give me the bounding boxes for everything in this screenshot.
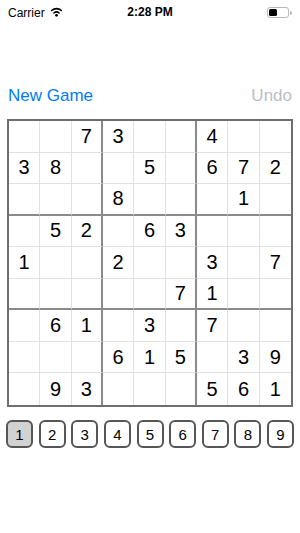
number-button-4[interactable]: 4 bbox=[104, 420, 131, 448]
sudoku-cell[interactable]: 3 bbox=[166, 216, 197, 248]
sudoku-cell[interactable] bbox=[166, 121, 197, 153]
carrier-label: Carrier bbox=[8, 6, 45, 20]
sudoku-cell[interactable] bbox=[9, 342, 40, 374]
sudoku-cell[interactable]: 5 bbox=[197, 373, 228, 405]
sudoku-cell[interactable] bbox=[72, 184, 103, 216]
sudoku-cell[interactable]: 3 bbox=[103, 121, 134, 153]
number-button-2[interactable]: 2 bbox=[39, 420, 66, 448]
status-bar: Carrier 2:28 PM bbox=[0, 0, 300, 20]
battery-icon bbox=[267, 7, 292, 18]
sudoku-cell[interactable]: 1 bbox=[9, 247, 40, 279]
battery-fill bbox=[269, 9, 277, 16]
sudoku-cell[interactable] bbox=[103, 216, 134, 248]
sudoku-cell[interactable] bbox=[260, 121, 291, 153]
sudoku-cell[interactable] bbox=[72, 153, 103, 185]
sudoku-cell[interactable] bbox=[228, 310, 259, 342]
sudoku-cell[interactable] bbox=[9, 373, 40, 405]
sudoku-cell[interactable] bbox=[9, 279, 40, 311]
sudoku-cell[interactable]: 7 bbox=[228, 153, 259, 185]
sudoku-cell[interactable]: 4 bbox=[197, 121, 228, 153]
sudoku-cell[interactable]: 5 bbox=[134, 153, 165, 185]
sudoku-cell[interactable] bbox=[197, 342, 228, 374]
sudoku-cell[interactable] bbox=[9, 184, 40, 216]
sudoku-cell[interactable] bbox=[228, 279, 259, 311]
sudoku-cell[interactable]: 6 bbox=[134, 216, 165, 248]
sudoku-cell[interactable]: 7 bbox=[260, 247, 291, 279]
status-left: Carrier bbox=[8, 6, 64, 20]
number-button-9[interactable]: 9 bbox=[267, 420, 294, 448]
sudoku-cell[interactable]: 6 bbox=[197, 153, 228, 185]
sudoku-cell[interactable] bbox=[103, 310, 134, 342]
sudoku-cell[interactable] bbox=[40, 184, 71, 216]
sudoku-cell[interactable] bbox=[40, 279, 71, 311]
sudoku-cell[interactable]: 1 bbox=[197, 279, 228, 311]
sudoku-cell[interactable] bbox=[72, 279, 103, 311]
sudoku-cell[interactable] bbox=[103, 153, 134, 185]
sudoku-cell[interactable] bbox=[166, 153, 197, 185]
sudoku-cell[interactable] bbox=[228, 247, 259, 279]
sudoku-cell[interactable] bbox=[166, 184, 197, 216]
sudoku-cell[interactable]: 5 bbox=[40, 216, 71, 248]
sudoku-cell[interactable]: 3 bbox=[72, 373, 103, 405]
sudoku-cell[interactable] bbox=[260, 279, 291, 311]
sudoku-cell[interactable]: 9 bbox=[260, 342, 291, 374]
sudoku-cell[interactable]: 1 bbox=[260, 373, 291, 405]
sudoku-cell[interactable] bbox=[260, 184, 291, 216]
sudoku-cell[interactable]: 3 bbox=[134, 310, 165, 342]
sudoku-cell[interactable] bbox=[72, 247, 103, 279]
undo-button[interactable]: Undo bbox=[251, 86, 292, 106]
sudoku-cell[interactable]: 2 bbox=[260, 153, 291, 185]
sudoku-cell[interactable]: 6 bbox=[228, 373, 259, 405]
number-button-8[interactable]: 8 bbox=[234, 420, 261, 448]
number-button-3[interactable]: 3 bbox=[71, 420, 98, 448]
sudoku-cell[interactable]: 1 bbox=[134, 342, 165, 374]
sudoku-cell[interactable] bbox=[228, 216, 259, 248]
sudoku-cell[interactable]: 8 bbox=[103, 184, 134, 216]
number-button-5[interactable]: 5 bbox=[137, 420, 164, 448]
new-game-button[interactable]: New Game bbox=[8, 86, 93, 106]
sudoku-cell[interactable]: 2 bbox=[103, 247, 134, 279]
sudoku-cell[interactable] bbox=[40, 121, 71, 153]
sudoku-cell[interactable] bbox=[197, 184, 228, 216]
sudoku-cell[interactable] bbox=[134, 247, 165, 279]
sudoku-cell[interactable] bbox=[103, 279, 134, 311]
number-button-7[interactable]: 7 bbox=[202, 420, 229, 448]
number-picker: 123456789 bbox=[6, 420, 294, 448]
sudoku-cell[interactable]: 3 bbox=[228, 342, 259, 374]
sudoku-cell[interactable]: 5 bbox=[166, 342, 197, 374]
sudoku-cell[interactable] bbox=[9, 310, 40, 342]
sudoku-cell[interactable] bbox=[40, 342, 71, 374]
sudoku-cell[interactable] bbox=[197, 216, 228, 248]
sudoku-cell[interactable]: 3 bbox=[197, 247, 228, 279]
battery-nub bbox=[290, 11, 292, 15]
sudoku-cell[interactable] bbox=[166, 247, 197, 279]
sudoku-cell[interactable] bbox=[134, 373, 165, 405]
sudoku-cell[interactable]: 3 bbox=[9, 153, 40, 185]
sudoku-cell[interactable] bbox=[260, 216, 291, 248]
sudoku-cell[interactable] bbox=[9, 216, 40, 248]
sudoku-cell[interactable] bbox=[260, 310, 291, 342]
wifi-icon bbox=[49, 6, 64, 20]
sudoku-cell[interactable]: 7 bbox=[197, 310, 228, 342]
sudoku-cell[interactable] bbox=[9, 121, 40, 153]
sudoku-cell[interactable] bbox=[134, 279, 165, 311]
sudoku-cell[interactable] bbox=[103, 373, 134, 405]
sudoku-cell[interactable]: 1 bbox=[72, 310, 103, 342]
sudoku-cell[interactable] bbox=[228, 121, 259, 153]
sudoku-cell[interactable] bbox=[166, 310, 197, 342]
sudoku-cell[interactable]: 8 bbox=[40, 153, 71, 185]
sudoku-cell[interactable]: 9 bbox=[40, 373, 71, 405]
sudoku-cell[interactable] bbox=[166, 373, 197, 405]
sudoku-cell[interactable]: 7 bbox=[166, 279, 197, 311]
sudoku-cell[interactable]: 6 bbox=[103, 342, 134, 374]
sudoku-board: 73438567281526312377161376153993561 bbox=[7, 119, 293, 407]
sudoku-cell[interactable] bbox=[134, 121, 165, 153]
number-button-6[interactable]: 6 bbox=[169, 420, 196, 448]
sudoku-cell[interactable] bbox=[40, 247, 71, 279]
battery-body bbox=[267, 7, 289, 18]
sudoku-cell[interactable]: 2 bbox=[72, 216, 103, 248]
sudoku-cell[interactable] bbox=[72, 342, 103, 374]
sudoku-cell[interactable]: 7 bbox=[72, 121, 103, 153]
sudoku-cell[interactable]: 1 bbox=[228, 184, 259, 216]
sudoku-cell[interactable] bbox=[134, 184, 165, 216]
toolbar: New Game Undo bbox=[0, 86, 300, 106]
sudoku-cell[interactable]: 6 bbox=[40, 310, 71, 342]
number-button-1[interactable]: 1 bbox=[6, 420, 33, 448]
